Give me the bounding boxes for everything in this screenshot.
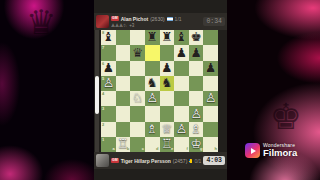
eval-bar-white-section — [95, 76, 99, 114]
white-pawn-a5: ♙ — [101, 76, 116, 91]
black-pawn-g7: ♟ — [189, 45, 204, 60]
black-rook-d8: ♜ — [145, 30, 160, 45]
square-a1[interactable]: 1a — [101, 137, 116, 152]
square-b7[interactable] — [116, 45, 131, 60]
sweden-flag-icon — [189, 159, 192, 163]
black-bishop-a8: ♝ — [101, 30, 116, 45]
black-rook-e8: ♜ — [160, 30, 175, 45]
square-e1[interactable]: e♖ — [160, 137, 175, 152]
white-rook-b1: ♖ — [116, 137, 131, 152]
bottom-player-avatar[interactable] — [96, 154, 109, 167]
filmora-logo-icon — [245, 143, 260, 158]
square-d1[interactable]: d — [145, 137, 160, 152]
decorative-queen-icon: ♛ — [26, 2, 56, 42]
square-a8[interactable]: 8♝ — [101, 30, 116, 45]
decorative-king-icon: ♚ — [270, 96, 302, 137]
white-pawn-f2: ♙ — [174, 122, 189, 137]
white-bishop-d2: ♗ — [145, 122, 160, 137]
square-c8[interactable] — [130, 30, 145, 45]
square-a6[interactable]: 6♟ — [101, 61, 116, 76]
square-d8[interactable]: ♜ — [145, 30, 160, 45]
square-e6[interactable]: ♟ — [160, 61, 175, 76]
bottom-player-bar: GM Tiger Hillarp Persson (2457) 0/1 4:03 — [94, 152, 227, 169]
square-h3[interactable] — [203, 106, 218, 121]
square-h2[interactable] — [203, 122, 218, 137]
square-d5[interactable]: ♞ — [145, 76, 160, 91]
white-queen-e2: ♕ — [160, 122, 175, 137]
black-king-g8: ♚ — [189, 30, 204, 45]
video-frame: ♛ ♚ GM Alan Pichot (2630) 1/1 ♙♙♙♘ +3 0:… — [0, 0, 320, 180]
square-g4[interactable] — [189, 91, 204, 106]
black-pawn-e6: ♟ — [160, 61, 175, 76]
square-f7[interactable]: ♟ — [174, 45, 189, 60]
square-c1[interactable]: c — [130, 137, 145, 152]
square-d3[interactable] — [145, 106, 160, 121]
argentina-flag-icon — [167, 17, 173, 21]
black-pawn-h6: ♟ — [203, 61, 218, 76]
black-bishop-f8: ♝ — [174, 30, 189, 45]
square-d6[interactable] — [145, 61, 160, 76]
rank-label-3: 3 — [102, 107, 104, 111]
square-e7[interactable] — [160, 45, 175, 60]
black-pawn-f7: ♟ — [174, 45, 189, 60]
black-knight-e5: ♞ — [160, 76, 175, 91]
white-pawn-g3: ♙ — [189, 106, 204, 121]
square-f6[interactable] — [174, 61, 189, 76]
white-rook-e1: ♖ — [160, 137, 175, 152]
square-d7[interactable] — [145, 45, 160, 60]
square-f3[interactable] — [174, 106, 189, 121]
black-knight-d5: ♞ — [145, 76, 160, 91]
square-f1[interactable]: f — [174, 137, 189, 152]
square-e4[interactable] — [160, 91, 175, 106]
white-king-g1: ♔ — [189, 137, 204, 152]
square-b3[interactable] — [116, 106, 131, 121]
file-label-f: f — [186, 147, 187, 151]
bottom-player-rating: (2457) — [173, 158, 187, 164]
square-b1[interactable]: b♖ — [116, 137, 131, 152]
white-knight-c4: ♘ — [130, 91, 145, 106]
file-label-d: d — [156, 147, 158, 151]
top-player-clock: 0:34 — [203, 17, 225, 26]
square-g8[interactable]: ♚ — [189, 30, 204, 45]
square-c2[interactable] — [130, 122, 145, 137]
square-d2[interactable]: ♗ — [145, 122, 160, 137]
square-g2[interactable]: ♗ — [189, 122, 204, 137]
rank-label-2: 2 — [102, 123, 104, 127]
square-a7[interactable]: 7 — [101, 45, 116, 60]
square-g7[interactable]: ♟ — [189, 45, 204, 60]
square-g1[interactable]: g♔ — [189, 137, 204, 152]
square-h4[interactable]: ♙ — [203, 91, 218, 106]
top-player-captured-pieces: ♙♙♙♘ — [111, 23, 127, 28]
background-art-left: ♛ — [0, 0, 94, 180]
play-icon — [251, 148, 256, 154]
square-b6[interactable] — [116, 61, 131, 76]
white-bishop-g2: ♗ — [189, 122, 204, 137]
square-g5[interactable] — [189, 76, 204, 91]
top-player-rating: (2630) — [150, 16, 164, 22]
bottom-player-name[interactable]: Tiger Hillarp Persson — [121, 158, 171, 164]
file-label-c: c — [142, 147, 144, 151]
square-a2[interactable]: 2 — [101, 122, 116, 137]
filmora-watermark: Wondershare Filmora — [245, 143, 297, 158]
square-e3[interactable] — [160, 106, 175, 121]
square-h6[interactable]: ♟ — [203, 61, 218, 76]
square-c4[interactable]: ♘ — [130, 91, 145, 106]
square-a4[interactable]: 4 — [101, 91, 116, 106]
square-c6[interactable] — [130, 61, 145, 76]
rank-label-4: 4 — [102, 92, 104, 96]
top-player-name[interactable]: Alan Pichot — [121, 16, 149, 22]
bottom-player-title-badge: GM — [111, 158, 119, 163]
square-g3[interactable]: ♙ — [189, 106, 204, 121]
square-h7[interactable] — [203, 45, 218, 60]
square-b2[interactable] — [116, 122, 131, 137]
white-pawn-d4: ♙ — [145, 91, 160, 106]
top-player-avatar[interactable] — [96, 15, 109, 28]
square-b5[interactable] — [116, 76, 131, 91]
top-player-material-advantage: +3 — [129, 23, 134, 28]
watermark-product: Filmora — [263, 148, 297, 158]
top-player-bar: GM Alan Pichot (2630) 1/1 ♙♙♙♘ +3 0:34 — [94, 13, 227, 30]
bottom-player-score: 0/1 — [194, 158, 201, 164]
square-e8[interactable]: ♜ — [160, 30, 175, 45]
square-a3[interactable]: 3 — [101, 106, 116, 121]
square-f5[interactable] — [174, 76, 189, 91]
square-c7[interactable]: ♛ — [130, 45, 145, 60]
square-f4[interactable] — [174, 91, 189, 106]
square-b8[interactable] — [116, 30, 131, 45]
eval-bar — [95, 30, 99, 152]
square-f8[interactable]: ♝ — [174, 30, 189, 45]
square-e2[interactable]: ♕ — [160, 122, 175, 137]
bottom-player-clock: 4:03 — [203, 156, 225, 165]
square-h8[interactable] — [203, 30, 218, 45]
rank-label-1: 1 — [102, 138, 104, 142]
top-player-score: 1/1 — [175, 16, 182, 22]
square-a5[interactable]: 5♙ — [101, 76, 116, 91]
square-g6[interactable] — [189, 61, 204, 76]
square-c3[interactable] — [130, 106, 145, 121]
black-queen-c7: ♛ — [130, 45, 145, 60]
file-label-a: a — [112, 147, 114, 151]
square-b4[interactable] — [116, 91, 131, 106]
square-e5[interactable]: ♞ — [160, 76, 175, 91]
chess-board: 8♝♜♜♝♚7♛♟♟6♟♟♟5♙♞♞4♘♙♙3♙2♗♕♙♗1ab♖cde♖fg♔… — [101, 30, 218, 152]
rank-label-7: 7 — [102, 46, 104, 50]
black-pawn-a6: ♟ — [101, 61, 116, 76]
white-pawn-h4: ♙ — [203, 91, 218, 106]
square-h1[interactable]: h — [203, 137, 218, 152]
file-label-h: h — [215, 147, 217, 151]
square-h5[interactable] — [203, 76, 218, 91]
square-f2[interactable]: ♙ — [174, 122, 189, 137]
top-player-title-badge: GM — [111, 16, 119, 21]
square-d4[interactable]: ♙ — [145, 91, 160, 106]
square-c5[interactable] — [130, 76, 145, 91]
